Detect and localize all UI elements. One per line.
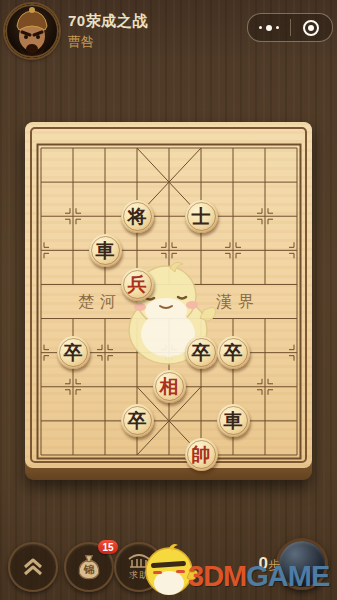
avatar[interactable] [5, 4, 59, 58]
piece-帥[interactable]: 帥 [185, 438, 218, 471]
more-button[interactable] [248, 14, 290, 41]
opponent-name: 曹咎 [68, 33, 94, 51]
bag-character: 锦 [83, 563, 95, 575]
money-bag-icon: 锦 [75, 553, 103, 581]
piece-卒[interactable]: 卒 [217, 336, 250, 369]
watermark-3dm: 3DM [188, 560, 246, 592]
piece-士[interactable]: 士 [185, 200, 218, 233]
river-text-left: 楚河 [78, 293, 122, 310]
piece-相[interactable]: 相 [153, 370, 186, 403]
exit-button[interactable] [291, 14, 333, 41]
tips-count-badge: 15 [98, 540, 118, 554]
dots-icon [259, 26, 262, 29]
general-portrait-image [5, 4, 59, 58]
piece-兵[interactable]: 兵 [121, 268, 154, 301]
app-screen: 70荥成之战 曹咎 楚河 漢界 [0, 0, 337, 600]
watermark-game: GAME [246, 560, 329, 592]
piece-車[interactable]: 車 [89, 234, 122, 267]
level-title: 70荥成之战 [68, 12, 148, 31]
tips-bag-button[interactable]: 锦 15 [64, 542, 114, 592]
target-circle-icon [303, 20, 319, 36]
piece-卒[interactable]: 卒 [57, 336, 90, 369]
menu-expand-button[interactable] [8, 542, 58, 592]
piece-車[interactable]: 車 [217, 404, 250, 437]
river-text-right: 漢界 [216, 293, 260, 310]
piece-将[interactable]: 将 [121, 200, 154, 233]
piece-卒[interactable]: 卒 [185, 336, 218, 369]
watermark: 3DMGAME [188, 560, 329, 593]
miniprogram-capsule [247, 13, 333, 42]
double-chevron-up-icon [21, 557, 45, 577]
piece-卒[interactable]: 卒 [121, 404, 154, 437]
